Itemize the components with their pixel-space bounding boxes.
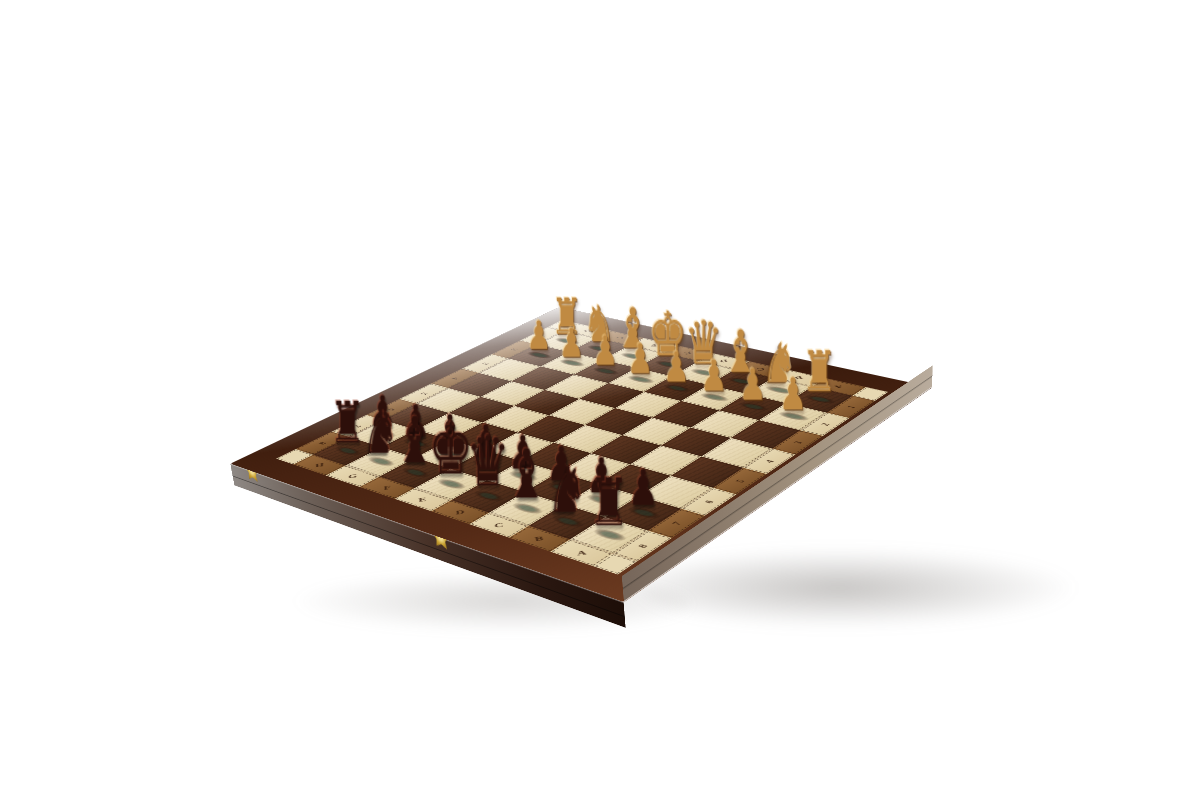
piece-black-knight-b8-glyph: ♞: [547, 457, 588, 521]
file-label-far-f-text: F: [650, 343, 658, 347]
chess-board: HGFEDCBA HGFEDCBA 12345678 12345678 ♜♞♝♛…: [230, 307, 932, 602]
piece-black-rook-h8-glyph: ♜: [329, 394, 365, 451]
file-label-far-h-text: H: [583, 329, 592, 333]
piece-black-knight-g8-glyph: ♞: [362, 403, 399, 461]
chess-set: HGFEDCBA HGFEDCBA 12345678 12345678 ♜♞♝♛…: [335, 175, 835, 675]
piece-black-rook-a8-glyph: ♜: [588, 469, 629, 535]
piece-black-pawn-a7-glyph: ♟: [628, 463, 659, 513]
photo-background: HGFEDCBA HGFEDCBA 12345678 12345678 ♜♞♝♛…: [0, 0, 1200, 800]
piece-black-bishop-c8-glyph: ♝: [505, 441, 548, 509]
file-label-far-d-text: D: [719, 359, 728, 364]
file-label-far-c-text: C: [756, 367, 766, 372]
piece-black-queen-d8-glyph: ♛: [466, 427, 510, 496]
file-label-far-g-text: G: [615, 336, 624, 341]
piece-white-pawn-g2-glyph: ♟: [559, 323, 584, 363]
piece-white-pawn-a2-glyph: ♟: [779, 372, 807, 417]
